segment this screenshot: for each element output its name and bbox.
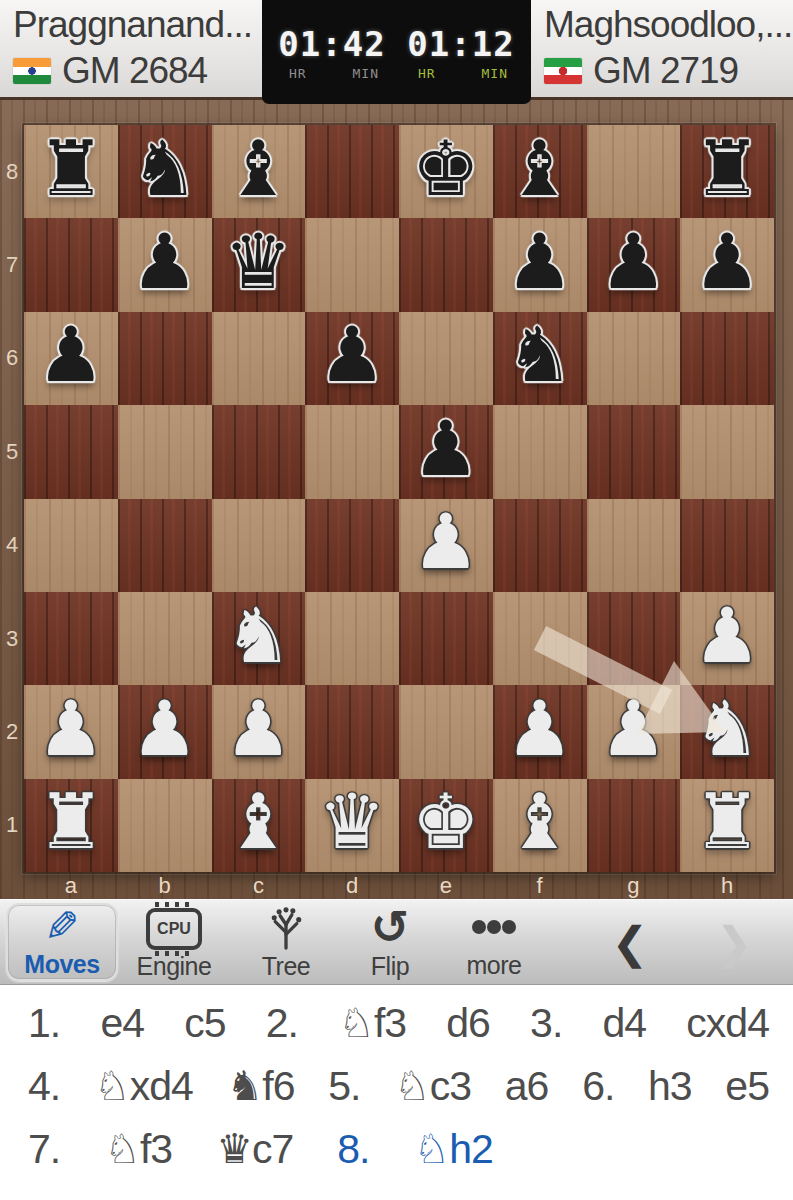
piece-black-rook-a8[interactable]: ♜: [37, 131, 105, 207]
move-token[interactable]: 1.: [28, 1000, 60, 1047]
square-g1[interactable]: [587, 779, 681, 872]
piece-black-bishop-f8[interactable]: ♝: [506, 131, 574, 207]
rank-label-7: 7: [0, 218, 24, 311]
previous-move-button[interactable]: ❮: [602, 917, 658, 968]
black-clock-time: 01:12: [407, 24, 514, 64]
move-token[interactable]: ♘h2: [413, 1125, 492, 1173]
top-bar: Praggnanand... GM 2684 01:42 HR MIN 01:1…: [0, 0, 793, 100]
black-clock: 01:12 HR MIN: [402, 24, 520, 81]
tab-flip-label: Flip: [371, 952, 409, 981]
square-e8[interactable]: ♚: [399, 125, 493, 218]
square-h3[interactable]: ♟: [680, 592, 774, 685]
square-c1[interactable]: ♝: [212, 779, 306, 872]
file-label-g: g: [587, 872, 681, 899]
white-player-name: Praggnanand...: [13, 4, 262, 46]
piece-black-bishop-c8[interactable]: ♝: [224, 131, 292, 207]
square-e4[interactable]: ♟: [399, 499, 493, 592]
square-a3[interactable]: [24, 592, 118, 685]
tree-icon: [262, 903, 310, 950]
move-token[interactable]: ♘f3: [104, 1125, 172, 1173]
piece-black-rook-h8[interactable]: ♜: [693, 131, 761, 207]
square-g4[interactable]: [587, 499, 681, 592]
board-squares: ♜♞♝♚♝♜♟♛♟♟♟♟♟♞♟♟♞♟♟♟♟♟♟♞♜♝♛♚♝♜: [24, 125, 774, 872]
square-d3[interactable]: [305, 592, 399, 685]
square-e7[interactable]: [399, 218, 493, 311]
square-f8[interactable]: ♝: [493, 125, 587, 218]
square-g6[interactable]: [587, 312, 681, 405]
file-label-b: b: [118, 872, 212, 899]
square-c7[interactable]: ♛: [212, 218, 306, 311]
piece-white-pawn-a2[interactable]: ♟: [37, 691, 105, 767]
piece-black-pawn-f7[interactable]: ♟: [506, 224, 574, 300]
square-b1[interactable]: [118, 779, 212, 872]
square-b2[interactable]: ♟: [118, 685, 212, 778]
next-move-button[interactable]: ❯: [706, 917, 762, 968]
piece-white-queen-d1[interactable]: ♛: [318, 784, 386, 860]
move-token[interactable]: h3: [648, 1063, 692, 1110]
move-token[interactable]: ♘f3: [338, 999, 406, 1047]
piece-white-pawn-c2[interactable]: ♟: [224, 691, 292, 767]
file-coordinates: abcdefgh: [24, 872, 774, 899]
square-b4[interactable]: [118, 499, 212, 592]
piece-white-pawn-e4[interactable]: ♟: [412, 504, 480, 580]
file-label-h: h: [680, 872, 774, 899]
move-token[interactable]: 5.: [328, 1063, 360, 1110]
cpu-icon: CPU: [146, 908, 202, 950]
rank-label-5: 5: [0, 405, 24, 498]
square-c2[interactable]: ♟: [212, 685, 306, 778]
piece-white-bishop-f1[interactable]: ♝: [506, 784, 574, 860]
square-f3[interactable]: [493, 592, 587, 685]
square-a4[interactable]: [24, 499, 118, 592]
square-d4[interactable]: [305, 499, 399, 592]
piece-black-pawn-a6[interactable]: ♟: [37, 317, 105, 393]
dots-icon: [472, 905, 516, 949]
tab-more[interactable]: more: [438, 903, 550, 981]
black-player-name: Maghsoodloo,...: [544, 4, 793, 46]
move-token[interactable]: a6: [505, 1063, 549, 1110]
rank-label-3: 3: [0, 592, 24, 685]
bottom-toolbar: ✎ Moves CPU Engine Tree ↺ Flip: [0, 899, 793, 985]
piece-white-knight-c3[interactable]: ♞: [224, 598, 292, 674]
square-e3[interactable]: [399, 592, 493, 685]
tab-tree[interactable]: Tree: [230, 903, 342, 981]
square-h7[interactable]: ♟: [680, 218, 774, 311]
move-row-2: 4.♘xd4♞f65.♘c3a66.h3e5: [28, 1062, 769, 1125]
square-c8[interactable]: ♝: [212, 125, 306, 218]
piece-white-pawn-h3[interactable]: ♟: [693, 598, 761, 674]
white-player-panel: Praggnanand... GM 2684: [0, 0, 262, 97]
rank-coordinates: 87654321: [0, 125, 24, 872]
square-f1[interactable]: ♝: [493, 779, 587, 872]
square-b8[interactable]: ♞: [118, 125, 212, 218]
piece-black-knight-f6[interactable]: ♞: [506, 317, 574, 393]
white-clock: 01:42 HR MIN: [273, 24, 391, 81]
square-g2[interactable]: ♟: [587, 685, 681, 778]
square-h5[interactable]: [680, 405, 774, 498]
move-token[interactable]: ♞f6: [226, 1062, 294, 1110]
square-d5[interactable]: [305, 405, 399, 498]
move-token[interactable]: cxd4: [686, 1000, 769, 1047]
piece-black-pawn-g7[interactable]: ♟: [599, 224, 667, 300]
square-b7[interactable]: ♟: [118, 218, 212, 311]
square-h8[interactable]: ♜: [680, 125, 774, 218]
square-g3[interactable]: [587, 592, 681, 685]
rank-label-2: 2: [0, 685, 24, 778]
square-g5[interactable]: [587, 405, 681, 498]
piece-black-pawn-h7[interactable]: ♟: [693, 224, 761, 300]
square-a7[interactable]: [24, 218, 118, 311]
iran-flag-icon: [544, 58, 582, 84]
square-e5[interactable]: ♟: [399, 405, 493, 498]
black-player-rating: GM 2719: [593, 50, 738, 92]
square-e1[interactable]: ♚: [399, 779, 493, 872]
piece-white-knight-h2[interactable]: ♞: [693, 691, 761, 767]
move-token[interactable]: e4: [100, 1000, 144, 1047]
pencil-icon: ✎: [44, 906, 79, 948]
square-a6[interactable]: ♟: [24, 312, 118, 405]
move-token[interactable]: 2.: [266, 1000, 298, 1047]
file-label-c: c: [212, 872, 306, 899]
piece-white-pawn-b2[interactable]: ♟: [131, 691, 199, 767]
white-clock-hr-label: HR: [289, 66, 307, 81]
square-a5[interactable]: [24, 405, 118, 498]
piece-white-pawn-f2[interactable]: ♟: [506, 691, 574, 767]
tab-flip[interactable]: ↺ Flip: [342, 903, 438, 981]
move-row-3: 7.♘f3♛c78.♘h2: [28, 1125, 769, 1188]
square-f2[interactable]: ♟: [493, 685, 587, 778]
move-token[interactable]: e5: [725, 1063, 769, 1110]
move-token[interactable]: 8.: [337, 1126, 369, 1173]
piece-black-pawn-b7[interactable]: ♟: [131, 224, 199, 300]
rank-label-1: 1: [0, 779, 24, 872]
rotate-icon: ↺: [371, 904, 410, 950]
black-clock-min-label: MIN: [482, 66, 508, 81]
square-h2[interactable]: ♞: [680, 685, 774, 778]
move-token[interactable]: 3.: [530, 1000, 562, 1047]
piece-black-pawn-d6[interactable]: ♟: [318, 317, 386, 393]
tab-more-label: more: [467, 951, 522, 980]
square-c5[interactable]: [212, 405, 306, 498]
black-player-panel: Maghsoodloo,... GM 2719: [531, 0, 793, 97]
square-a8[interactable]: ♜: [24, 125, 118, 218]
square-c6[interactable]: [212, 312, 306, 405]
file-label-f: f: [493, 872, 587, 899]
file-label-a: a: [24, 872, 118, 899]
move-token[interactable]: c5: [184, 1000, 225, 1047]
piece-white-bishop-c1[interactable]: ♝: [224, 784, 292, 860]
square-h6[interactable]: [680, 312, 774, 405]
square-f6[interactable]: ♞: [493, 312, 587, 405]
chess-board: 87654321 ♜♞♝♚♝♜♟♛♟♟♟♟♟♞♟♟♞♟♟♟♟♟♟♞♜♝♛♚♝♜ …: [0, 100, 793, 899]
square-d1[interactable]: ♛: [305, 779, 399, 872]
square-g8[interactable]: [587, 125, 681, 218]
rank-label-4: 4: [0, 499, 24, 592]
file-label-e: e: [399, 872, 493, 899]
clock-panel: 01:42 HR MIN 01:12 HR MIN: [262, 0, 531, 104]
tab-tree-label: Tree: [262, 952, 310, 981]
square-h1[interactable]: ♜: [680, 779, 774, 872]
square-e6[interactable]: [399, 312, 493, 405]
square-b3[interactable]: [118, 592, 212, 685]
tab-moves-label: Moves: [24, 950, 99, 979]
move-token[interactable]: 7.: [28, 1126, 60, 1173]
move-list: 1.e4c52.♘f3d63.d4cxd44.♘xd4♞f65.♘c3a66.h…: [0, 985, 793, 1200]
piece-white-rook-a1[interactable]: ♜: [37, 784, 105, 860]
piece-black-queen-c7[interactable]: ♛: [224, 224, 292, 300]
square-b6[interactable]: [118, 312, 212, 405]
square-h4[interactable]: [680, 499, 774, 592]
tab-engine[interactable]: CPU Engine: [118, 903, 230, 981]
square-e2[interactable]: [399, 685, 493, 778]
piece-black-pawn-e5[interactable]: ♟: [412, 411, 480, 487]
white-player-rating: GM 2684: [62, 50, 207, 92]
piece-white-king-e1[interactable]: ♚: [412, 784, 480, 860]
black-clock-hr-label: HR: [418, 66, 436, 81]
piece-black-king-e8[interactable]: ♚: [412, 131, 480, 207]
move-token[interactable]: d6: [446, 1000, 490, 1047]
move-token[interactable]: ♘c3: [394, 1062, 471, 1110]
piece-white-pawn-g2[interactable]: ♟: [599, 691, 667, 767]
white-clock-min-label: MIN: [353, 66, 379, 81]
rank-label-8: 8: [0, 125, 24, 218]
move-token[interactable]: 6.: [582, 1063, 614, 1110]
move-token[interactable]: 4.: [28, 1063, 60, 1110]
square-f4[interactable]: [493, 499, 587, 592]
piece-white-rook-h1[interactable]: ♜: [693, 784, 761, 860]
tab-engine-label: Engine: [137, 952, 212, 981]
square-f5[interactable]: [493, 405, 587, 498]
india-flag-icon: [13, 58, 51, 84]
square-a1[interactable]: ♜: [24, 779, 118, 872]
move-token[interactable]: d4: [603, 1000, 647, 1047]
square-g7[interactable]: ♟: [587, 218, 681, 311]
white-clock-time: 01:42: [278, 24, 385, 64]
square-b5[interactable]: [118, 405, 212, 498]
square-d7[interactable]: [305, 218, 399, 311]
square-f7[interactable]: ♟: [493, 218, 587, 311]
piece-black-knight-b8[interactable]: ♞: [131, 131, 199, 207]
move-row-1: 1.e4c52.♘f3d63.d4cxd4: [28, 999, 769, 1062]
square-c3[interactable]: ♞: [212, 592, 306, 685]
move-token[interactable]: ♛c7: [216, 1125, 293, 1173]
square-d8[interactable]: [305, 125, 399, 218]
square-a2[interactable]: ♟: [24, 685, 118, 778]
tab-moves[interactable]: ✎ Moves: [6, 903, 118, 981]
square-d6[interactable]: ♟: [305, 312, 399, 405]
rank-label-6: 6: [0, 312, 24, 405]
move-token[interactable]: ♘xd4: [94, 1062, 193, 1110]
square-d2[interactable]: [305, 685, 399, 778]
file-label-d: d: [305, 872, 399, 899]
square-c4[interactable]: [212, 499, 306, 592]
